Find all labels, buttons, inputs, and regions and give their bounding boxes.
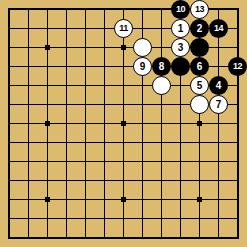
move-number: 10 [176,5,185,14]
move-number: 6 [197,62,203,72]
move-number: 2 [197,24,203,34]
stone-black-4: 4 [209,76,228,95]
move-number: 11 [119,24,128,33]
stone-white-9: 9 [133,57,152,76]
move-number: 14 [214,24,223,33]
stone-white-7: 7 [209,95,228,114]
star-point [45,121,50,126]
move-number: 7 [216,100,222,110]
stone-black [190,38,209,57]
move-number: 12 [233,62,242,71]
star-point [121,121,126,126]
move-number: 3 [178,43,184,53]
stone-black-8: 8 [152,57,171,76]
stone-white-5: 5 [190,76,209,95]
stone-white-11: 11 [114,19,133,38]
move-number: 4 [216,81,222,91]
stone-black-12: 12 [228,57,247,76]
stone-white-13: 13 [190,0,209,19]
move-number: 8 [159,62,165,72]
stone-black-14: 14 [209,19,228,38]
move-number: 1 [178,24,184,34]
stone-white [152,76,171,95]
move-number: 5 [197,81,203,91]
star-point [197,197,202,202]
stone-white-1: 1 [171,19,190,38]
stone-black-6: 6 [190,57,209,76]
star-point [45,197,50,202]
move-number: 9 [140,62,146,72]
stone-black [171,57,190,76]
move-number: 13 [195,5,204,14]
stone-black-10: 10 [171,0,190,19]
star-point [121,45,126,50]
stone-black-2: 2 [190,19,209,38]
board-intersections: 1013111214398612547 [0,0,247,247]
stone-white [190,95,209,114]
star-point [45,45,50,50]
star-point [197,121,202,126]
stone-white-3: 3 [171,38,190,57]
go-board-diagram: 1013111214398612547 [0,0,247,247]
star-point [121,197,126,202]
stone-white [133,38,152,57]
